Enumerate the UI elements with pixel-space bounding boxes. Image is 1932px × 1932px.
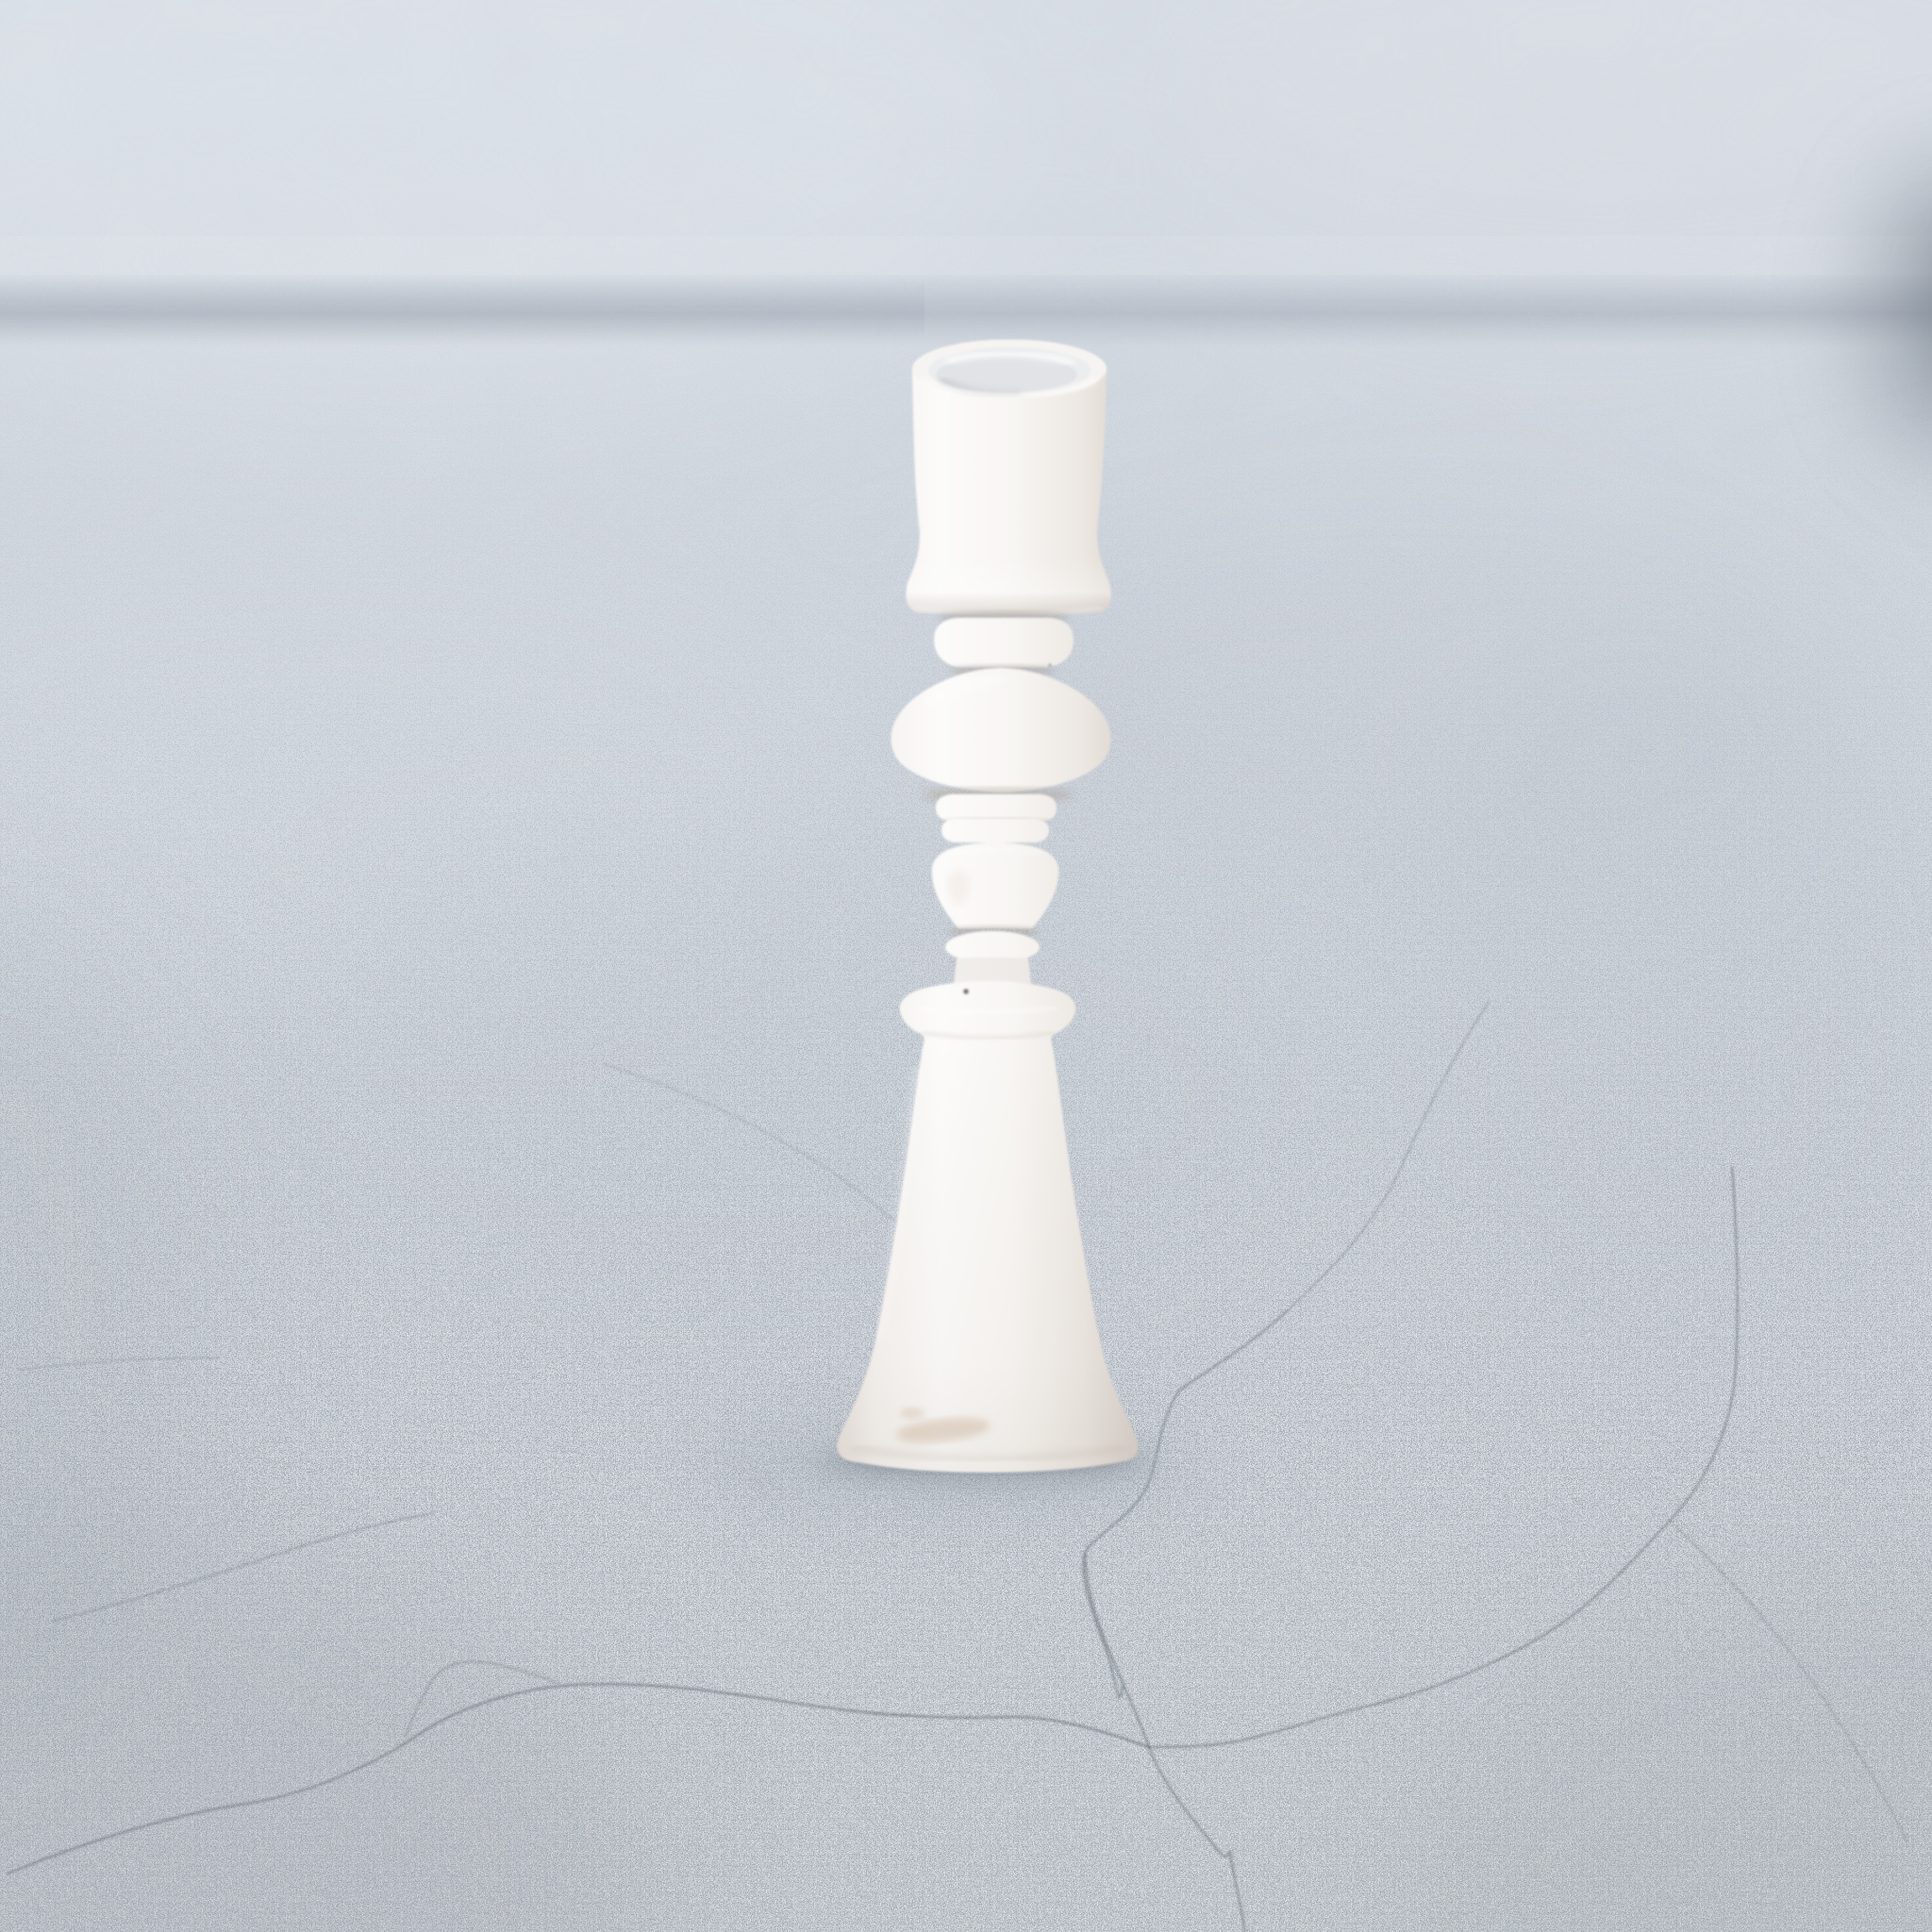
candle-cup	[907, 340, 1111, 615]
base-stain-small	[900, 1407, 924, 1419]
baluster-warm-smudge	[947, 870, 970, 904]
collar-ring-2	[936, 794, 1057, 842]
candle-cup-opening	[912, 340, 1107, 398]
collar-ring-2-lower	[941, 819, 1049, 842]
collar-ring-2-upper	[936, 794, 1057, 822]
fleck-speck	[1048, 663, 1052, 667]
chip-speck	[963, 989, 969, 994]
photo-scene	[0, 0, 1932, 1932]
bead-ring	[945, 931, 1040, 963]
photo-canvas	[0, 0, 1932, 1932]
base-neck-shade	[954, 958, 1031, 985]
cup-left-highlight	[917, 406, 919, 528]
candle-cup-lip-shade	[907, 534, 1111, 613]
collar-ring-1	[934, 618, 1074, 667]
